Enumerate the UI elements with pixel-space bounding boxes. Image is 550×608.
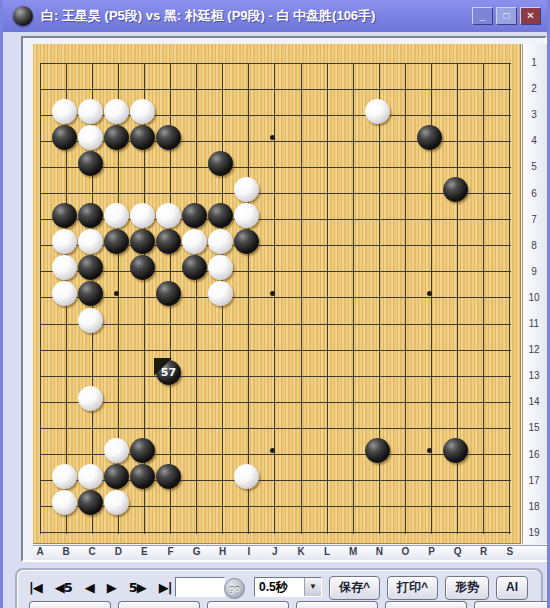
nav-back-5-button[interactable]: ◀5: [55, 580, 72, 596]
stone-black-E8: [130, 229, 155, 254]
grid-line-h: [40, 193, 511, 194]
nav-first-button[interactable]: |◀: [29, 580, 42, 596]
row-label-1: 1: [523, 57, 545, 68]
grid-line-h: [40, 63, 511, 64]
stone-black-E4: [130, 125, 155, 150]
window-controls: _□✕: [472, 7, 541, 25]
grid-line-h: [40, 402, 511, 403]
row-label-2: 2: [523, 83, 545, 94]
stone-black-Q6: [443, 177, 468, 202]
go-button[interactable]: go: [224, 578, 245, 599]
stone-black-C10: [78, 281, 103, 306]
partial-button[interactable]: [474, 601, 550, 608]
star-point: [427, 448, 432, 453]
grid-line-h: [40, 271, 511, 272]
stone-black-D4: [104, 125, 129, 150]
stone-white-B18: [52, 490, 77, 515]
grid-line-v: [196, 63, 197, 534]
stone-white-B17: [52, 464, 77, 489]
col-label-S: S: [502, 546, 518, 557]
stone-black-C7: [78, 203, 103, 228]
row-label-18: 18: [523, 501, 545, 512]
partial-button[interactable]: [296, 601, 378, 608]
row-label-16: 16: [523, 449, 545, 460]
partial-button[interactable]: [118, 601, 200, 608]
row-label-13: 13: [523, 370, 545, 381]
row-label-14: 14: [523, 396, 545, 407]
stone-white-C8: [78, 229, 103, 254]
row-label-11: 11: [523, 318, 545, 329]
stone-white-E7: [130, 203, 155, 228]
stone-black-E17: [130, 464, 155, 489]
grid-line-v: [274, 63, 275, 534]
col-label-O: O: [397, 546, 413, 557]
go-stone-icon: [13, 6, 33, 26]
grid-line-h: [40, 89, 511, 90]
move-number-label: 57: [156, 360, 181, 385]
stone-white-B3: [52, 99, 77, 124]
col-label-P: P: [424, 546, 440, 557]
grid-line-h: [40, 167, 511, 168]
row-label-12: 12: [523, 344, 545, 355]
partial-button-row: [29, 601, 550, 608]
stone-black-Q16: [443, 438, 468, 463]
stone-white-D18: [104, 490, 129, 515]
stone-white-C17: [78, 464, 103, 489]
grid-line-v: [353, 63, 354, 534]
stone-black-B4: [52, 125, 77, 150]
ai-button[interactable]: AI: [496, 576, 528, 600]
stone-black-E16: [130, 438, 155, 463]
stone-black-F17: [156, 464, 181, 489]
col-label-B: B: [58, 546, 74, 557]
row-label-6: 6: [523, 188, 545, 199]
grid-line-h: [40, 532, 511, 533]
stone-black-P4: [417, 125, 442, 150]
col-label-C: C: [84, 546, 100, 557]
grid-line-v: [405, 63, 406, 534]
grid-line-v: [301, 63, 302, 534]
nav-forward-button[interactable]: ▶: [107, 580, 116, 596]
stone-white-D7: [104, 203, 129, 228]
stone-black-D8: [104, 229, 129, 254]
col-label-N: N: [371, 546, 387, 557]
minimize-button[interactable]: _: [472, 7, 493, 25]
col-label-M: M: [345, 546, 361, 557]
chevron-down-icon[interactable]: ▼: [304, 578, 321, 596]
stone-white-F7: [156, 203, 181, 228]
nav-last-button[interactable]: ▶|: [159, 580, 172, 596]
stone-black-N16: [365, 438, 390, 463]
stone-black-C9: [78, 255, 103, 280]
stone-black-C18: [78, 490, 103, 515]
grid-line-h: [40, 376, 511, 377]
stone-black-H5: [208, 151, 233, 176]
grid-line-v: [483, 63, 484, 534]
delay-dropdown[interactable]: 0.5秒 ▼: [254, 577, 322, 597]
stone-black-C5: [78, 151, 103, 176]
col-label-H: H: [215, 546, 231, 557]
stone-white-B9: [52, 255, 77, 280]
stone-white-N3: [365, 99, 390, 124]
navigation-controls: |◀◀5◀▶5▶▶|: [29, 580, 172, 596]
grid-line-v: [327, 63, 328, 534]
app-window: 白: 王星昊 (P5段) vs 黑: 朴廷桓 (P9段) - 白 中盘胜(106…: [0, 0, 550, 608]
grid-line-v: [457, 63, 458, 534]
stone-black-D17: [104, 464, 129, 489]
row-label-7: 7: [523, 214, 545, 225]
col-label-F: F: [163, 546, 179, 557]
col-label-R: R: [476, 546, 492, 557]
delay-value: 0.5秒: [255, 578, 304, 596]
action-buttons: 保存^打印^形势AI: [329, 576, 528, 600]
stone-white-B8: [52, 229, 77, 254]
grid-line-h: [40, 297, 511, 298]
save-button[interactable]: 保存^: [329, 576, 380, 600]
col-label-D: D: [110, 546, 126, 557]
grid-line-h: [40, 350, 511, 351]
print-button[interactable]: 打印^: [387, 576, 438, 600]
stone-white-C14: [78, 386, 103, 411]
stone-white-E3: [130, 99, 155, 124]
row-label-9: 9: [523, 266, 545, 277]
row-label-5: 5: [523, 161, 545, 172]
partial-button[interactable]: [29, 601, 111, 608]
stone-white-C11: [78, 308, 103, 333]
window-title: 白: 王星昊 (P5段) vs 黑: 朴廷桓 (P9段) - 白 中盘胜(106…: [41, 7, 472, 25]
row-label-3: 3: [523, 109, 545, 120]
title-bar: 白: 王星昊 (P5段) vs 黑: 朴廷桓 (P9段) - 白 中盘胜(106…: [3, 0, 547, 32]
col-label-A: A: [32, 546, 48, 557]
col-label-K: K: [293, 546, 309, 557]
col-label-J: J: [267, 546, 283, 557]
row-label-19: 19: [523, 527, 545, 538]
col-label-L: L: [319, 546, 335, 557]
grid-line-v: [40, 63, 41, 534]
grid-line-h: [40, 428, 511, 429]
col-label-Q: Q: [450, 546, 466, 557]
row-label-4: 4: [523, 135, 545, 146]
close-button[interactable]: ✕: [520, 7, 541, 25]
move-number-input[interactable]: [175, 577, 225, 597]
row-label-15: 15: [523, 422, 545, 433]
stone-white-C3: [78, 99, 103, 124]
nav-back-button[interactable]: ◀: [85, 580, 94, 596]
grid-line-v: [379, 63, 380, 534]
row-label-10: 10: [523, 292, 545, 303]
stone-white-B10: [52, 281, 77, 306]
grid-line-h: [40, 324, 511, 325]
row-label-17: 17: [523, 475, 545, 486]
stone-white-D16: [104, 438, 129, 463]
grid-line-v: [509, 63, 510, 534]
stone-white-D3: [104, 99, 129, 124]
territory-button[interactable]: 形势: [445, 576, 489, 600]
stone-black-F4: [156, 125, 181, 150]
maximize-button[interactable]: □: [496, 7, 517, 25]
nav-forward-5-button[interactable]: 5▶: [129, 580, 146, 596]
col-label-E: E: [136, 546, 152, 557]
stone-white-C4: [78, 125, 103, 150]
partial-button[interactable]: [207, 601, 289, 608]
col-label-I: I: [241, 546, 257, 557]
col-label-G: G: [189, 546, 205, 557]
stone-black-B7: [52, 203, 77, 228]
row-label-8: 8: [523, 240, 545, 251]
partial-button[interactable]: [385, 601, 467, 608]
